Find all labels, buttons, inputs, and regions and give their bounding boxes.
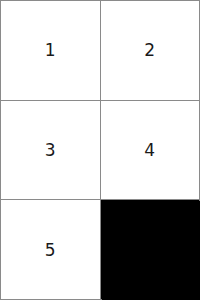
cell-r3c1[interactable]: 5 bbox=[1, 200, 100, 299]
cell-r1c2[interactable]: 2 bbox=[101, 1, 200, 100]
cell-label: 5 bbox=[45, 240, 56, 260]
cell-label: 1 bbox=[45, 40, 56, 60]
cell-r2c2[interactable]: 4 bbox=[101, 101, 200, 200]
cell-r2c1[interactable]: 3 bbox=[1, 101, 100, 200]
cell-label: 3 bbox=[45, 140, 56, 160]
cell-r1c1[interactable]: 1 bbox=[1, 1, 100, 100]
cell-label: 4 bbox=[144, 140, 155, 160]
cell-label: 2 bbox=[144, 40, 155, 60]
cell-r3c2-black bbox=[101, 200, 200, 299]
puzzle-grid: 1 2 3 4 5 bbox=[0, 0, 200, 300]
